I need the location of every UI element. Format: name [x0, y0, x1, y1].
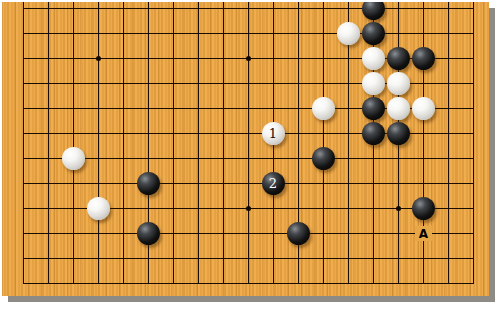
move-number-label: 2 — [269, 177, 277, 190]
grid-vertical-line — [423, 2, 424, 284]
star-point — [246, 206, 251, 211]
stone-black-F3 — [137, 222, 160, 245]
stone-white-Q8 — [387, 97, 410, 120]
stone-black-P8 — [362, 97, 385, 120]
stone-white-R8 — [412, 97, 435, 120]
stone-white-C6 — [62, 147, 85, 170]
point-label-a: A — [415, 226, 432, 241]
stone-black-R10 — [412, 47, 435, 70]
grid-horizontal-line — [23, 33, 474, 34]
stone-white-O11 — [337, 22, 360, 45]
stone-black-N6 — [312, 147, 335, 170]
grid-vertical-line — [198, 2, 199, 284]
grid-vertical-line — [248, 2, 249, 284]
grid-horizontal-line — [23, 183, 474, 184]
star-point — [396, 206, 401, 211]
grid-vertical-line — [48, 2, 49, 284]
star-point — [246, 56, 251, 61]
go-board[interactable]: A12 — [2, 2, 489, 296]
grid-horizontal-line — [23, 258, 474, 259]
grid-horizontal-line — [23, 8, 474, 9]
grid-vertical-line — [173, 2, 174, 284]
grid-vertical-line — [323, 2, 324, 284]
stone-white-L7: 1 — [262, 122, 285, 145]
stone-white-N8 — [312, 97, 335, 120]
grid-vertical-line — [98, 2, 99, 284]
stone-black-F5 — [137, 172, 160, 195]
stone-black-L5: 2 — [262, 172, 285, 195]
grid-vertical-line — [448, 2, 449, 284]
go-diagram: A12 — [0, 0, 500, 310]
stone-white-P10 — [362, 47, 385, 70]
grid-vertical-line — [473, 2, 474, 284]
stone-black-Q7 — [387, 122, 410, 145]
stone-black-P7 — [362, 122, 385, 145]
grid-vertical-line — [23, 2, 24, 284]
stone-black-M3 — [287, 222, 310, 245]
stone-white-D4 — [87, 197, 110, 220]
stone-white-P9 — [362, 72, 385, 95]
grid-horizontal-line — [23, 233, 474, 234]
stone-black-Q10 — [387, 47, 410, 70]
grid-vertical-line — [123, 2, 124, 284]
grid-vertical-line — [223, 2, 224, 284]
stone-black-P12 — [362, 2, 385, 20]
star-point — [96, 56, 101, 61]
stone-black-R4 — [412, 197, 435, 220]
grid-horizontal-line — [23, 283, 474, 284]
move-number-label: 1 — [269, 127, 277, 140]
grid-horizontal-line — [23, 158, 474, 159]
stone-white-Q9 — [387, 72, 410, 95]
grid-vertical-line — [73, 2, 74, 284]
stone-black-P11 — [362, 22, 385, 45]
